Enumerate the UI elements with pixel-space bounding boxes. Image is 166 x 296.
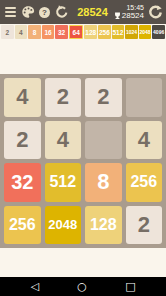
strip-tile-4096: 4096 (152, 25, 165, 39)
score-value: 28524 (77, 6, 108, 18)
tile-128: 128 (85, 206, 122, 245)
tile-256: 256 (4, 206, 41, 245)
strip-tile-128: 128 (84, 25, 97, 39)
top-bar: ? 28524 15:45 28524 (0, 0, 166, 24)
tile-256: 256 (126, 163, 163, 202)
android-nav-bar: ◁ ○ □ (0, 277, 166, 296)
strip-tile-512: 512 (112, 25, 125, 39)
strip-tile-64: 64 (69, 25, 84, 39)
menu-icon (5, 7, 16, 17)
clock-best-group: 15:45 28524 (114, 4, 144, 20)
menu-button[interactable] (3, 4, 18, 20)
tile-strip: 248163264128256512102420484096 (0, 24, 166, 40)
tile-4: 4 (4, 78, 41, 117)
tile-32: 32 (4, 163, 41, 202)
empty-cell (126, 78, 163, 117)
help-button[interactable]: ? (37, 4, 52, 20)
restart-button[interactable] (148, 4, 163, 20)
tile-4: 4 (126, 121, 163, 160)
best-score-value: 28524 (122, 12, 144, 20)
tile-8: 8 (85, 163, 122, 202)
strip-tile-8: 8 (28, 25, 41, 39)
undo-button[interactable] (54, 4, 69, 20)
strip-tile-4: 4 (15, 25, 28, 39)
strip-tile-256: 256 (98, 25, 111, 39)
trophy-icon (114, 12, 121, 20)
tile-2: 2 (85, 78, 122, 117)
help-icon: ? (39, 7, 50, 18)
best-score-group: 28524 (114, 12, 144, 20)
tile-2: 2 (45, 78, 82, 117)
tile-2: 2 (4, 121, 41, 160)
recents-icon[interactable]: □ (117, 277, 143, 296)
clock-text: 15:45 (126, 4, 144, 11)
tile-512: 512 (45, 163, 82, 202)
lower-background (0, 248, 166, 277)
upper-background (0, 40, 166, 74)
refresh-icon (148, 5, 163, 20)
home-icon[interactable]: ○ (69, 277, 95, 296)
board[interactable]: 42224432512825625620481282 (0, 74, 166, 248)
strip-tile-16: 16 (42, 25, 55, 39)
empty-cell (85, 121, 122, 160)
undo-icon (55, 5, 69, 19)
strip-tile-32: 32 (55, 25, 68, 39)
strip-tile-2048: 2048 (139, 25, 152, 39)
strip-tile-2: 2 (1, 25, 14, 39)
strip-tile-1024: 1024 (125, 25, 138, 39)
tile-2048: 2048 (45, 206, 82, 245)
back-icon[interactable]: ◁ (22, 277, 46, 296)
palette-icon (21, 5, 35, 19)
theme-button[interactable] (20, 4, 35, 20)
tile-4: 4 (45, 121, 82, 160)
tile-2: 2 (126, 206, 163, 245)
